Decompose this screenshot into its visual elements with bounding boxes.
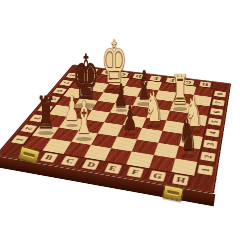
square-e3: [117, 125, 142, 139]
file-label-d: D: [82, 159, 100, 170]
square-g2: [153, 142, 178, 158]
square-f4: [142, 118, 166, 131]
square-a2: [32, 124, 59, 138]
square-g1: [149, 155, 176, 172]
square-g3: [158, 131, 182, 146]
square-c1: [63, 142, 91, 158]
square-c3: [78, 120, 104, 134]
square-h1: [171, 158, 197, 176]
chess-set-photo: ABCDEFGH ABCDEFGH 87654321 87654321 ♚♜♞♞…: [0, 0, 240, 240]
square-e1: [105, 148, 132, 164]
square-h4: [182, 123, 205, 137]
square-h5: [185, 113, 207, 126]
square-g5: [166, 111, 188, 124]
square-b3: [59, 117, 85, 130]
rank-label-6: 6: [210, 108, 223, 116]
file-label-h: H: [172, 174, 189, 186]
rank-label-3: 3: [203, 140, 218, 149]
square-c2: [71, 130, 98, 145]
square-b2: [51, 127, 78, 141]
square-c4: [85, 110, 109, 123]
square-e2: [111, 136, 137, 151]
square-g4: [162, 120, 185, 134]
rank-label-left-3: 3: [29, 114, 45, 122]
brass-clasp-right-icon: [162, 184, 184, 202]
rank-label-1: 1: [197, 165, 213, 176]
file-label-e: E: [104, 163, 122, 174]
square-d4: [104, 112, 128, 125]
square-f3: [137, 128, 162, 142]
square-h2: [175, 146, 200, 162]
rank-label-8: 8: [214, 91, 226, 98]
square-d2: [91, 133, 117, 148]
square-d3: [98, 122, 123, 136]
rank-label-left-2: 2: [20, 124, 37, 133]
square-h3: [179, 134, 203, 149]
square-e4: [123, 115, 147, 128]
rank-label-left-1: 1: [11, 135, 29, 144]
square-e5: [128, 105, 151, 117]
rank-label-5: 5: [208, 118, 222, 126]
board-squares: [23, 73, 214, 176]
square-b1: [43, 138, 71, 153]
rank-label-2: 2: [200, 152, 215, 162]
chess-board: ABCDEFGH ABCDEFGH 87654321 87654321: [0, 64, 231, 194]
file-label-b: B: [40, 152, 58, 162]
square-f1: [126, 151, 153, 168]
board-frame: ABCDEFGH ABCDEFGH 87654321 87654321: [0, 64, 231, 194]
file-label-f: F: [126, 167, 144, 178]
rank-label-4: 4: [205, 128, 219, 137]
square-f5: [147, 108, 170, 120]
square-f2: [132, 139, 158, 154]
file-label-c: C: [61, 156, 79, 167]
file-label-g: G: [149, 170, 166, 182]
square-d1: [84, 145, 112, 161]
square-a3: [41, 114, 67, 127]
rank-label-7: 7: [212, 99, 225, 106]
